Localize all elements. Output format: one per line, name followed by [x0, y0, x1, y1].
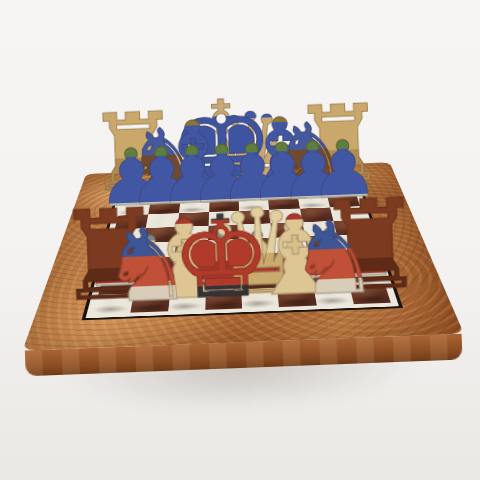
knight-glyph: ♞ — [101, 217, 194, 313]
scene: ♜♞♝♚♛♝♞♜♟♟♟♟♟♟♟♟♟♟♟♟♟♟♟♟♜♞♝♚♛♝♞♜ — [0, 0, 480, 480]
board-side-face — [25, 334, 463, 377]
chess-board: ♜♞♝♚♛♝♞♜♟♟♟♟♟♟♟♟♟♟♟♟♟♟♟♟♜♞♝♚♛♝♞♜ — [22, 162, 464, 350]
square-b1[interactable]: ♞ — [131, 292, 170, 313]
square-g1[interactable]: ♞ — [313, 285, 354, 306]
piece-near-knight[interactable]: ♞ — [101, 217, 194, 313]
knight-glyph: ♞ — [286, 210, 379, 306]
board-grid: ♜♞♝♚♛♝♞♜♟♟♟♟♟♟♟♟♟♟♟♟♟♟♟♟♜♞♝♚♛♝♞♜ — [93, 181, 390, 314]
square-d1[interactable]: ♚ — [205, 289, 242, 310]
board-inner-margin: ♜♞♝♚♛♝♞♜♟♟♟♟♟♟♟♟♟♟♟♟♟♟♟♟♜♞♝♚♛♝♞♜ — [82, 178, 404, 320]
piece-near-knight[interactable]: ♞ — [286, 210, 379, 306]
product-photo: ♜♞♝♚♛♝♞♜♟♟♟♟♟♟♟♟♟♟♟♟♟♟♟♟♜♞♝♚♛♝♞♜ — [0, 0, 480, 480]
